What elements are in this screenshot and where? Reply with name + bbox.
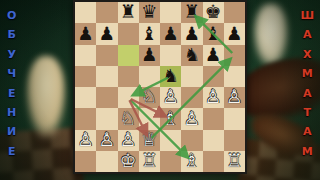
video-frame: { "game": "chess", "variation_hint": "Si… bbox=[0, 0, 320, 180]
black-piece-q-d8: ♛ bbox=[141, 3, 158, 22]
black-piece-p-b7: ♟ bbox=[99, 24, 116, 43]
background-blurred-white-piece-top-right bbox=[254, 4, 288, 66]
white-piece-p-f3: ♙ bbox=[184, 109, 201, 128]
white-piece-q-d2: ♕ bbox=[141, 130, 158, 149]
square-h3 bbox=[224, 108, 245, 129]
square-e3: ♗ bbox=[160, 108, 181, 129]
white-piece-r-h1: ♖ bbox=[226, 152, 243, 171]
square-h2 bbox=[224, 130, 245, 151]
chess-board: ♜♛♜♚♟♟♝♟♟♝♟♟♞♟♞♘♙♙♙♘♗♙♙♙♙♕♔♖♗♖ bbox=[75, 2, 245, 172]
square-d7: ♝ bbox=[139, 23, 160, 44]
title-letter: Н bbox=[7, 103, 16, 122]
square-b7: ♟ bbox=[96, 23, 117, 44]
white-piece-n-d4: ♘ bbox=[141, 88, 158, 107]
square-d3 bbox=[139, 108, 160, 129]
square-c4 bbox=[118, 87, 139, 108]
square-f3: ♙ bbox=[181, 108, 202, 129]
square-f6: ♞ bbox=[181, 45, 202, 66]
square-c2: ♙ bbox=[118, 130, 139, 151]
black-piece-n-e5: ♞ bbox=[162, 67, 179, 86]
white-piece-p-a2: ♙ bbox=[77, 130, 94, 149]
square-g2 bbox=[203, 130, 224, 151]
square-c7 bbox=[118, 23, 139, 44]
square-e7: ♟ bbox=[160, 23, 181, 44]
title-letter: Х bbox=[303, 45, 311, 64]
square-d1: ♖ bbox=[139, 151, 160, 172]
background-blurred-white-piece-left bbox=[26, 56, 66, 138]
square-d8: ♛ bbox=[139, 2, 160, 23]
square-c8: ♜ bbox=[118, 2, 139, 23]
white-piece-r-d1: ♖ bbox=[141, 152, 158, 171]
black-piece-p-g6: ♟ bbox=[205, 45, 222, 64]
square-d4: ♘ bbox=[139, 87, 160, 108]
title-letter: И bbox=[7, 122, 16, 141]
black-piece-b-d7: ♝ bbox=[141, 24, 158, 43]
title-letter: М bbox=[302, 142, 313, 161]
square-g6: ♟ bbox=[203, 45, 224, 66]
white-piece-p-b2: ♙ bbox=[99, 130, 116, 149]
square-a6 bbox=[75, 45, 96, 66]
square-b8 bbox=[96, 2, 117, 23]
square-e8 bbox=[160, 2, 181, 23]
square-h4: ♙ bbox=[224, 87, 245, 108]
white-piece-p-g4: ♙ bbox=[205, 88, 222, 107]
white-piece-p-c2: ♙ bbox=[120, 130, 137, 149]
black-piece-r-c8: ♜ bbox=[120, 3, 137, 22]
square-b6 bbox=[96, 45, 117, 66]
black-piece-p-f7: ♟ bbox=[184, 24, 201, 43]
title-left-obuchenie: ОБУЧЕНИЕ bbox=[7, 6, 16, 161]
white-piece-b-f1: ♗ bbox=[184, 152, 201, 171]
title-letter: Б bbox=[7, 25, 15, 44]
title-letter: О bbox=[7, 6, 16, 25]
square-f7: ♟ bbox=[181, 23, 202, 44]
title-letter: А bbox=[303, 25, 312, 44]
title-letter: А bbox=[303, 84, 312, 103]
title-letter: Т bbox=[303, 103, 311, 122]
black-piece-b-g7: ♝ bbox=[205, 24, 222, 43]
square-g4: ♙ bbox=[203, 87, 224, 108]
square-a8 bbox=[75, 2, 96, 23]
black-piece-p-e7: ♟ bbox=[162, 24, 179, 43]
title-letter: Е bbox=[8, 142, 16, 161]
square-b3 bbox=[96, 108, 117, 129]
square-e1 bbox=[160, 151, 181, 172]
square-d5 bbox=[139, 66, 160, 87]
white-piece-p-h4: ♙ bbox=[226, 88, 243, 107]
black-piece-r-f8: ♜ bbox=[184, 3, 201, 22]
square-d2: ♕ bbox=[139, 130, 160, 151]
black-piece-p-a7: ♟ bbox=[77, 24, 94, 43]
title-letter: Ш bbox=[300, 6, 314, 25]
square-c3: ♘ bbox=[118, 108, 139, 129]
black-piece-k-g8: ♚ bbox=[205, 3, 222, 22]
square-g1 bbox=[203, 151, 224, 172]
square-h8 bbox=[224, 2, 245, 23]
title-letter: У bbox=[7, 45, 15, 64]
square-g7: ♝ bbox=[203, 23, 224, 44]
square-c6 bbox=[118, 45, 139, 66]
square-h1: ♖ bbox=[224, 151, 245, 172]
square-g5 bbox=[203, 66, 224, 87]
black-piece-p-d6: ♟ bbox=[141, 45, 158, 64]
title-right-shakhmatam: ШАХМАТАМ bbox=[300, 6, 314, 161]
square-c1: ♔ bbox=[118, 151, 139, 172]
square-f1: ♗ bbox=[181, 151, 202, 172]
square-e2 bbox=[160, 130, 181, 151]
square-f2 bbox=[181, 130, 202, 151]
square-f5 bbox=[181, 66, 202, 87]
square-e5: ♞ bbox=[160, 66, 181, 87]
white-piece-b-e3: ♗ bbox=[162, 109, 179, 128]
square-h7: ♟ bbox=[224, 23, 245, 44]
square-f8: ♜ bbox=[181, 2, 202, 23]
square-e4: ♙ bbox=[160, 87, 181, 108]
title-letter: М bbox=[302, 64, 313, 83]
white-piece-k-c1: ♔ bbox=[120, 152, 137, 171]
square-a3 bbox=[75, 108, 96, 129]
square-f4 bbox=[181, 87, 202, 108]
white-piece-p-e4: ♙ bbox=[162, 88, 179, 107]
title-letter: А bbox=[303, 122, 312, 141]
square-b4 bbox=[96, 87, 117, 108]
black-piece-n-f6: ♞ bbox=[184, 45, 201, 64]
square-a4 bbox=[75, 87, 96, 108]
square-b2: ♙ bbox=[96, 130, 117, 151]
square-a5 bbox=[75, 66, 96, 87]
square-c5 bbox=[118, 66, 139, 87]
square-h6 bbox=[224, 45, 245, 66]
square-a2: ♙ bbox=[75, 130, 96, 151]
square-g3 bbox=[203, 108, 224, 129]
board-frame: ♜♛♜♚♟♟♝♟♟♝♟♟♞♟♞♘♙♙♙♘♗♙♙♙♙♕♔♖♗♖ bbox=[73, 0, 247, 174]
black-piece-p-h7: ♟ bbox=[226, 24, 243, 43]
title-letter: Е bbox=[8, 84, 16, 103]
square-g8: ♚ bbox=[203, 2, 224, 23]
square-a1 bbox=[75, 151, 96, 172]
white-piece-n-c3: ♘ bbox=[120, 109, 137, 128]
square-e6 bbox=[160, 45, 181, 66]
square-b1 bbox=[96, 151, 117, 172]
square-a7: ♟ bbox=[75, 23, 96, 44]
square-h5 bbox=[224, 66, 245, 87]
square-d6: ♟ bbox=[139, 45, 160, 66]
square-b5 bbox=[96, 66, 117, 87]
title-letter: Ч bbox=[7, 64, 16, 83]
